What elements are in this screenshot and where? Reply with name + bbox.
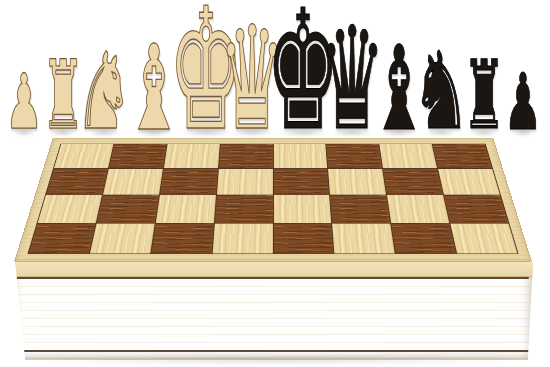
lid-bevel-edge [10,262,533,277]
piece-shadow [331,129,374,136]
piece-shadow [13,129,36,136]
box-front-face [10,262,533,360]
box-lid-top [14,138,532,262]
piece-shadow [49,129,78,136]
board-square-r1c8 [433,144,492,168]
base-seam-line [14,350,529,352]
piece-shadow [278,129,328,136]
piece-black-pawn: ♟ [504,63,542,141]
board-square-r4c1 [29,224,96,254]
board-square-r4c7 [391,224,456,254]
piece-white-bishop: ♝ [124,29,183,147]
board-square-r2c2 [103,169,163,195]
chess-set-photo: ♟♜♞♝♚♛♚♛♝♞♜♟ [0,0,550,367]
box-ground-shadow [18,356,530,364]
piece-black-bishop: ♝ [370,30,429,147]
board-square-r2c7 [383,169,443,195]
board-square-r4c8 [450,224,517,254]
piece-shadow [470,129,499,136]
piece-white-pawn: ♟ [5,64,42,140]
board-square-r2c3 [160,169,218,195]
board-square-r1c1 [54,144,113,168]
board-square-r3c7 [387,195,449,223]
piece-shadow [137,129,172,136]
board-square-r4c2 [90,224,155,254]
piece-white-rook: ♜ [42,48,85,143]
board-square-r4c5 [273,224,333,254]
board-square-r1c3 [164,144,220,168]
board-square-r3c3 [156,195,216,223]
piece-black-queen: ♛ [319,8,385,150]
board-square-r2c5 [273,169,329,195]
board-square-r1c5 [273,144,327,168]
piece-black-knight: ♞ [411,38,470,145]
board-square-r3c8 [444,195,508,223]
piece-white-queen: ♛ [219,7,286,150]
board-square-r3c5 [273,195,331,223]
board-square-r2c4 [217,169,273,195]
board-square-r1c6 [327,144,383,168]
board-square-r2c6 [328,169,386,195]
board-square-r4c3 [151,224,213,254]
piece-shadow [425,129,457,136]
board-square-r1c2 [109,144,167,168]
lid-seam-line [14,277,529,279]
piece-black-king: ♚ [266,0,340,154]
piece-shadow [512,129,535,136]
piece-shadow [231,129,274,136]
board-square-r2c1 [46,169,108,195]
piece-shadow [382,129,417,136]
piece-shadow [88,129,120,136]
board-square-r4c6 [332,224,394,254]
board-square-r3c6 [330,195,390,223]
board-square-r3c2 [97,195,159,223]
piece-white-knight: ♞ [75,39,134,145]
board-square-r1c4 [219,144,273,168]
piece-white-king: ♚ [168,0,243,154]
piece-shadow [181,129,231,136]
board-square-r2c8 [438,169,500,195]
board-square-r3c1 [38,195,102,223]
board-square-r4c4 [212,224,272,254]
board-square-r1c7 [380,144,438,168]
piece-black-rook: ♜ [463,48,506,143]
checkerboard [27,144,518,255]
board-square-r3c4 [215,195,273,223]
